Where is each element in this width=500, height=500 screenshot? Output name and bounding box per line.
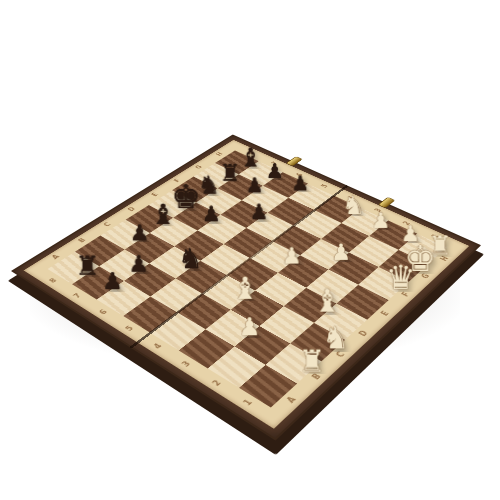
piece-white-bishop[interactable]: ♝: [231, 272, 259, 303]
piece-black-pawn[interactable]: ♟: [102, 270, 123, 293]
piece-black-pawn[interactable]: ♟: [245, 175, 263, 195]
piece-black-pawn[interactable]: ♟: [266, 161, 284, 181]
piece-black-rook[interactable]: ♜: [219, 160, 240, 184]
piece-white-pawn[interactable]: ♟: [239, 315, 261, 340]
chess-board-frame: ABCDEFGH ABCDEFGH 87654321 87654321 ♜♟♝♚…: [11, 134, 481, 440]
board-grid: ♜♟♝♚♞♜♝♟♟♟♟♟♞♟♟♝♟♞♟♟♟♝♟♜♞♛♚♜: [48, 150, 447, 407]
piece-white-bishop[interactable]: ♝: [313, 285, 341, 316]
piece-white-pawn[interactable]: ♟: [372, 209, 391, 230]
piece-black-pawn[interactable]: ♟: [202, 204, 221, 225]
piece-white-rook[interactable]: ♜: [298, 346, 325, 376]
piece-black-bishop[interactable]: ♝: [150, 200, 175, 228]
piece-white-pawn[interactable]: ♟: [281, 244, 301, 267]
piece-white-knight[interactable]: ♞: [341, 192, 364, 218]
piece-white-pawn[interactable]: ♟: [331, 241, 351, 263]
piece-white-knight[interactable]: ♞: [322, 323, 349, 353]
product-photo-scene: ABCDEFGH ABCDEFGH 87654321 87654321 ♜♟♝♚…: [10, 8, 490, 488]
piece-white-queen[interactable]: ♛: [386, 261, 416, 294]
piece-black-pawn[interactable]: ♟: [249, 201, 268, 222]
piece-black-rook[interactable]: ♜: [75, 251, 99, 278]
piece-black-pawn[interactable]: ♟: [129, 252, 149, 275]
piece-black-pawn[interactable]: ♟: [291, 173, 309, 193]
piece-black-bishop[interactable]: ♝: [239, 145, 262, 171]
piece-black-pawn[interactable]: ♟: [129, 222, 149, 244]
board-tilt-wrapper: ABCDEFGH ABCDEFGH 87654321 87654321 ♜♟♝♚…: [11, 134, 481, 440]
piece-black-knight[interactable]: ♞: [177, 245, 202, 273]
